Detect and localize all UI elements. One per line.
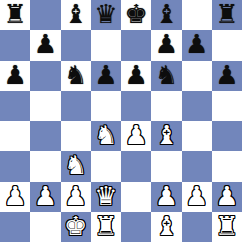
white-knight[interactable]: ♞ — [64, 152, 87, 178]
black-bishop[interactable]: ♝ — [64, 1, 87, 27]
white-pawn[interactable]: ♟ — [215, 183, 238, 209]
black-pawn[interactable]: ♟ — [124, 62, 147, 88]
square-d7[interactable] — [91, 30, 121, 60]
square-f2[interactable]: ♟ — [151, 182, 181, 212]
square-c3[interactable]: ♞ — [61, 151, 91, 181]
square-h5[interactable] — [212, 91, 242, 121]
square-c4[interactable] — [61, 121, 91, 151]
square-g7[interactable]: ♟ — [182, 30, 212, 60]
square-f1[interactable]: ♝ — [151, 212, 181, 242]
square-f8[interactable]: ♝ — [151, 0, 181, 30]
square-g5[interactable] — [182, 91, 212, 121]
square-h3[interactable] — [212, 151, 242, 181]
white-bishop[interactable]: ♝ — [155, 122, 178, 148]
square-f3[interactable] — [151, 151, 181, 181]
black-pawn[interactable]: ♟ — [94, 62, 117, 88]
square-h8[interactable]: ♜ — [212, 0, 242, 30]
square-h4[interactable] — [212, 121, 242, 151]
black-knight[interactable]: ♞ — [64, 62, 87, 88]
square-e6[interactable]: ♟ — [121, 61, 151, 91]
black-pawn[interactable]: ♟ — [215, 62, 238, 88]
square-d8[interactable]: ♛ — [91, 0, 121, 30]
square-g1[interactable] — [182, 212, 212, 242]
square-a8[interactable]: ♜ — [0, 0, 30, 30]
square-f7[interactable]: ♟ — [151, 30, 181, 60]
square-a7[interactable] — [0, 30, 30, 60]
square-b5[interactable] — [30, 91, 60, 121]
square-d4[interactable]: ♞ — [91, 121, 121, 151]
square-b4[interactable] — [30, 121, 60, 151]
white-pawn[interactable]: ♟ — [124, 122, 147, 148]
square-h2[interactable]: ♟ — [212, 182, 242, 212]
black-pawn[interactable]: ♟ — [3, 62, 26, 88]
black-rook[interactable]: ♜ — [215, 1, 238, 27]
square-b6[interactable] — [30, 61, 60, 91]
square-a5[interactable] — [0, 91, 30, 121]
square-a3[interactable] — [0, 151, 30, 181]
square-b7[interactable]: ♟ — [30, 30, 60, 60]
chess-board: ♜♝♛♚♝♜♟♟♟♟♞♟♟♞♟♞♟♝♞♟♟♟♛♟♟♟♚♜♝♜ — [0, 0, 242, 242]
white-queen[interactable]: ♛ — [94, 183, 117, 209]
square-c6[interactable]: ♞ — [61, 61, 91, 91]
square-h1[interactable]: ♜ — [212, 212, 242, 242]
square-g4[interactable] — [182, 121, 212, 151]
square-b8[interactable] — [30, 0, 60, 30]
square-c2[interactable]: ♟ — [61, 182, 91, 212]
square-e3[interactable] — [121, 151, 151, 181]
square-c5[interactable] — [61, 91, 91, 121]
square-b3[interactable] — [30, 151, 60, 181]
square-d1[interactable]: ♜ — [91, 212, 121, 242]
square-a2[interactable]: ♟ — [0, 182, 30, 212]
white-pawn[interactable]: ♟ — [185, 183, 208, 209]
square-f5[interactable] — [151, 91, 181, 121]
white-rook[interactable]: ♜ — [94, 213, 117, 239]
square-e7[interactable] — [121, 30, 151, 60]
square-d6[interactable]: ♟ — [91, 61, 121, 91]
square-c7[interactable] — [61, 30, 91, 60]
white-pawn[interactable]: ♟ — [34, 183, 57, 209]
square-g6[interactable] — [182, 61, 212, 91]
black-bishop[interactable]: ♝ — [155, 1, 178, 27]
square-b2[interactable]: ♟ — [30, 182, 60, 212]
square-d2[interactable]: ♛ — [91, 182, 121, 212]
white-pawn[interactable]: ♟ — [155, 183, 178, 209]
white-bishop[interactable]: ♝ — [155, 213, 178, 239]
black-pawn[interactable]: ♟ — [185, 31, 208, 57]
white-pawn[interactable]: ♟ — [3, 183, 26, 209]
square-d5[interactable] — [91, 91, 121, 121]
white-knight[interactable]: ♞ — [94, 122, 117, 148]
square-h6[interactable]: ♟ — [212, 61, 242, 91]
square-c1[interactable]: ♚ — [61, 212, 91, 242]
square-e8[interactable]: ♚ — [121, 0, 151, 30]
square-g3[interactable] — [182, 151, 212, 181]
square-e5[interactable] — [121, 91, 151, 121]
black-knight[interactable]: ♞ — [155, 62, 178, 88]
black-rook[interactable]: ♜ — [3, 1, 26, 27]
square-c8[interactable]: ♝ — [61, 0, 91, 30]
square-d3[interactable] — [91, 151, 121, 181]
square-f4[interactable]: ♝ — [151, 121, 181, 151]
black-king[interactable]: ♚ — [124, 1, 147, 27]
square-b1[interactable] — [30, 212, 60, 242]
black-pawn[interactable]: ♟ — [155, 31, 178, 57]
square-f6[interactable]: ♞ — [151, 61, 181, 91]
square-e2[interactable] — [121, 182, 151, 212]
square-a1[interactable] — [0, 212, 30, 242]
white-rook[interactable]: ♜ — [215, 213, 238, 239]
white-king[interactable]: ♚ — [64, 213, 87, 239]
square-a6[interactable]: ♟ — [0, 61, 30, 91]
square-e4[interactable]: ♟ — [121, 121, 151, 151]
black-pawn[interactable]: ♟ — [34, 31, 57, 57]
square-h7[interactable] — [212, 30, 242, 60]
white-pawn[interactable]: ♟ — [64, 183, 87, 209]
square-a4[interactable] — [0, 121, 30, 151]
square-g8[interactable] — [182, 0, 212, 30]
black-queen[interactable]: ♛ — [94, 1, 117, 27]
square-e1[interactable] — [121, 212, 151, 242]
chess-board-container: ♜♝♛♚♝♜♟♟♟♟♞♟♟♞♟♞♟♝♞♟♟♟♛♟♟♟♚♜♝♜ — [0, 0, 242, 242]
square-g2[interactable]: ♟ — [182, 182, 212, 212]
